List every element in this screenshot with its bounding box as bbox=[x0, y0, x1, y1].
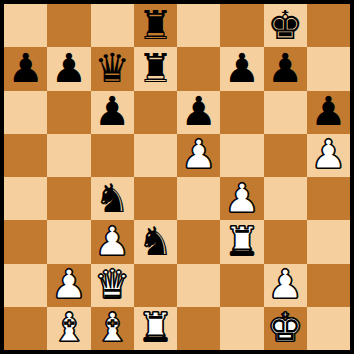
square-f8[interactable] bbox=[220, 4, 263, 47]
square-d7[interactable]: ♜ bbox=[134, 47, 177, 90]
piece-white-rook[interactable]: ♜ bbox=[137, 307, 173, 347]
square-d3[interactable]: ♞ bbox=[134, 220, 177, 263]
square-h4[interactable] bbox=[307, 177, 350, 220]
piece-white-bishop[interactable]: ♝ bbox=[51, 307, 87, 347]
piece-white-pawn[interactable]: ♟ bbox=[181, 134, 217, 174]
square-f2[interactable] bbox=[220, 264, 263, 307]
piece-black-knight[interactable]: ♞ bbox=[137, 221, 173, 261]
piece-black-rook[interactable]: ♜ bbox=[137, 5, 173, 45]
square-e2[interactable] bbox=[177, 264, 220, 307]
square-g5[interactable] bbox=[264, 134, 307, 177]
square-e8[interactable] bbox=[177, 4, 220, 47]
square-b1[interactable]: ♝ bbox=[47, 307, 90, 350]
square-c8[interactable] bbox=[91, 4, 134, 47]
square-d6[interactable] bbox=[134, 91, 177, 134]
square-f4[interactable]: ♟ bbox=[220, 177, 263, 220]
square-c7[interactable]: ♛ bbox=[91, 47, 134, 90]
square-h6[interactable]: ♟ bbox=[307, 91, 350, 134]
piece-white-pawn[interactable]: ♟ bbox=[224, 178, 260, 218]
square-h7[interactable] bbox=[307, 47, 350, 90]
square-c2[interactable]: ♛ bbox=[91, 264, 134, 307]
piece-black-pawn[interactable]: ♟ bbox=[310, 91, 346, 131]
square-h8[interactable] bbox=[307, 4, 350, 47]
square-h5[interactable]: ♟ bbox=[307, 134, 350, 177]
square-d8[interactable]: ♜ bbox=[134, 4, 177, 47]
piece-white-pawn[interactable]: ♟ bbox=[267, 264, 303, 304]
square-b4[interactable] bbox=[47, 177, 90, 220]
square-d1[interactable]: ♜ bbox=[134, 307, 177, 350]
piece-white-pawn[interactable]: ♟ bbox=[51, 264, 87, 304]
square-f7[interactable]: ♟ bbox=[220, 47, 263, 90]
square-c1[interactable]: ♝ bbox=[91, 307, 134, 350]
piece-black-pawn[interactable]: ♟ bbox=[224, 48, 260, 88]
square-d2[interactable] bbox=[134, 264, 177, 307]
square-g7[interactable]: ♟ bbox=[264, 47, 307, 90]
piece-black-rook[interactable]: ♜ bbox=[137, 48, 173, 88]
square-d4[interactable] bbox=[134, 177, 177, 220]
square-e5[interactable]: ♟ bbox=[177, 134, 220, 177]
square-b6[interactable] bbox=[47, 91, 90, 134]
square-g1[interactable]: ♚ bbox=[264, 307, 307, 350]
piece-black-knight[interactable]: ♞ bbox=[94, 178, 130, 218]
square-a2[interactable] bbox=[4, 264, 47, 307]
square-a4[interactable] bbox=[4, 177, 47, 220]
square-g4[interactable] bbox=[264, 177, 307, 220]
piece-black-pawn[interactable]: ♟ bbox=[94, 91, 130, 131]
square-b3[interactable] bbox=[47, 220, 90, 263]
square-f5[interactable] bbox=[220, 134, 263, 177]
square-e7[interactable] bbox=[177, 47, 220, 90]
square-f1[interactable] bbox=[220, 307, 263, 350]
square-g2[interactable]: ♟ bbox=[264, 264, 307, 307]
square-a6[interactable] bbox=[4, 91, 47, 134]
square-d5[interactable] bbox=[134, 134, 177, 177]
square-a8[interactable] bbox=[4, 4, 47, 47]
square-g8[interactable]: ♚ bbox=[264, 4, 307, 47]
square-b5[interactable] bbox=[47, 134, 90, 177]
piece-black-pawn[interactable]: ♟ bbox=[51, 48, 87, 88]
piece-white-pawn[interactable]: ♟ bbox=[310, 134, 346, 174]
piece-white-pawn[interactable]: ♟ bbox=[94, 221, 130, 261]
square-e1[interactable] bbox=[177, 307, 220, 350]
square-a3[interactable] bbox=[4, 220, 47, 263]
square-a1[interactable] bbox=[4, 307, 47, 350]
square-c3[interactable]: ♟ bbox=[91, 220, 134, 263]
square-c5[interactable] bbox=[91, 134, 134, 177]
square-b8[interactable] bbox=[47, 4, 90, 47]
square-c4[interactable]: ♞ bbox=[91, 177, 134, 220]
square-h2[interactable] bbox=[307, 264, 350, 307]
square-f3[interactable]: ♜ bbox=[220, 220, 263, 263]
piece-white-rook[interactable]: ♜ bbox=[224, 221, 260, 261]
square-f6[interactable] bbox=[220, 91, 263, 134]
piece-white-bishop[interactable]: ♝ bbox=[94, 307, 130, 347]
piece-black-queen[interactable]: ♛ bbox=[94, 48, 130, 88]
square-b2[interactable]: ♟ bbox=[47, 264, 90, 307]
square-h1[interactable] bbox=[307, 307, 350, 350]
chess-board: ♜♚♟♟♛♜♟♟♟♟♟♟♟♞♟♟♞♜♟♛♟♝♝♜♚ bbox=[4, 4, 350, 350]
chess-board-frame: ♜♚♟♟♛♜♟♟♟♟♟♟♟♞♟♟♞♜♟♛♟♝♝♜♚ bbox=[0, 0, 354, 354]
square-e6[interactable]: ♟ bbox=[177, 91, 220, 134]
square-a5[interactable] bbox=[4, 134, 47, 177]
piece-black-pawn[interactable]: ♟ bbox=[8, 48, 44, 88]
piece-white-queen[interactable]: ♛ bbox=[94, 264, 130, 304]
piece-black-pawn[interactable]: ♟ bbox=[267, 48, 303, 88]
square-e4[interactable] bbox=[177, 177, 220, 220]
square-h3[interactable] bbox=[307, 220, 350, 263]
square-e3[interactable] bbox=[177, 220, 220, 263]
square-b7[interactable]: ♟ bbox=[47, 47, 90, 90]
piece-black-pawn[interactable]: ♟ bbox=[181, 91, 217, 131]
square-g3[interactable] bbox=[264, 220, 307, 263]
piece-black-king[interactable]: ♚ bbox=[267, 5, 303, 45]
square-c6[interactable]: ♟ bbox=[91, 91, 134, 134]
square-g6[interactable] bbox=[264, 91, 307, 134]
square-a7[interactable]: ♟ bbox=[4, 47, 47, 90]
piece-white-king[interactable]: ♚ bbox=[267, 307, 303, 347]
